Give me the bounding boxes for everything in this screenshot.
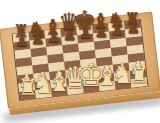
- piece-black-pawn[interactable]: ♟: [15, 33, 29, 48]
- piece-black-pawn[interactable]: ♟: [79, 26, 93, 41]
- piece-black-pawn[interactable]: ♟: [110, 22, 124, 37]
- piece-white-rook[interactable]: ♜: [129, 63, 149, 85]
- piece-black-pawn[interactable]: ♟: [126, 21, 140, 36]
- piece-black-pawn[interactable]: ♟: [95, 24, 109, 39]
- piece-black-pawn[interactable]: ♟: [47, 30, 61, 45]
- piece-black-pawn[interactable]: ♟: [31, 31, 45, 46]
- chess-set-photo: ♜♞♝♛♚♝♞♜♟♟♟♟♟♟♟♟♟♟♟♟♟♟♟♟♜♞♝♛♚♝♞♜: [0, 0, 160, 123]
- piece-black-pawn[interactable]: ♟: [63, 28, 77, 43]
